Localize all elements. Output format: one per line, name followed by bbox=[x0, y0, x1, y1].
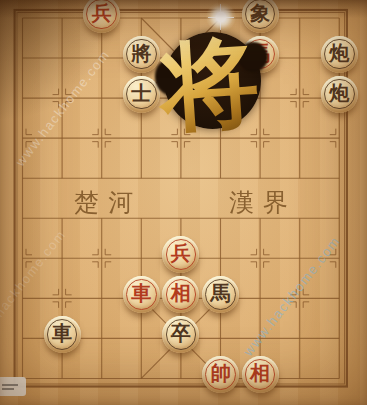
piece-character: 相 bbox=[250, 363, 270, 383]
piece-character: 象 bbox=[250, 3, 270, 23]
piece-black-cannon[interactable]: 炮 bbox=[321, 36, 358, 73]
piece-character: 車 bbox=[52, 323, 72, 343]
piece-character: 兵 bbox=[92, 3, 112, 23]
piece-red-soldier[interactable]: 兵 bbox=[162, 236, 199, 273]
piece-character: 馬 bbox=[250, 43, 270, 63]
watermark-stamp bbox=[0, 377, 26, 396]
piece-character: 車 bbox=[131, 283, 151, 303]
piece-black-soldier[interactable]: 卒 bbox=[162, 316, 199, 353]
piece-character: 兵 bbox=[171, 243, 191, 263]
piece-black-elephant[interactable]: 象 bbox=[242, 0, 279, 33]
last-move-sparkle-marker bbox=[206, 2, 236, 32]
piece-character: 卒 bbox=[171, 323, 191, 343]
xiangqi-board-screenshot: 楚河 漢界 兵象將馬炮士炮兵車相馬車卒帥相 将 www.hackhome.com… bbox=[0, 0, 367, 405]
piece-black-advisor[interactable]: 士 bbox=[123, 76, 160, 113]
piece-character: 相 bbox=[171, 283, 191, 303]
piece-character: 士 bbox=[131, 83, 151, 103]
piece-red-general[interactable]: 帥 bbox=[202, 356, 239, 393]
piece-character: 馬 bbox=[210, 283, 230, 303]
piece-black-cannon[interactable]: 炮 bbox=[321, 76, 358, 113]
piece-black-general[interactable]: 將 bbox=[123, 36, 160, 73]
piece-black-chariot[interactable]: 車 bbox=[44, 316, 81, 353]
piece-red-soldier[interactable]: 兵 bbox=[83, 0, 120, 33]
piece-character: 炮 bbox=[329, 83, 349, 103]
piece-character: 將 bbox=[131, 43, 151, 63]
piece-black-horse[interactable]: 馬 bbox=[202, 276, 239, 313]
piece-character: 炮 bbox=[329, 43, 349, 63]
piece-character: 帥 bbox=[210, 363, 230, 383]
piece-red-elephant[interactable]: 相 bbox=[242, 356, 279, 393]
piece-red-chariot[interactable]: 車 bbox=[123, 276, 160, 313]
piece-red-elephant[interactable]: 相 bbox=[162, 276, 199, 313]
board-grid[interactable]: 兵象將馬炮士炮兵車相馬車卒帥相 bbox=[3, 0, 359, 399]
piece-red-horse[interactable]: 馬 bbox=[242, 36, 279, 73]
